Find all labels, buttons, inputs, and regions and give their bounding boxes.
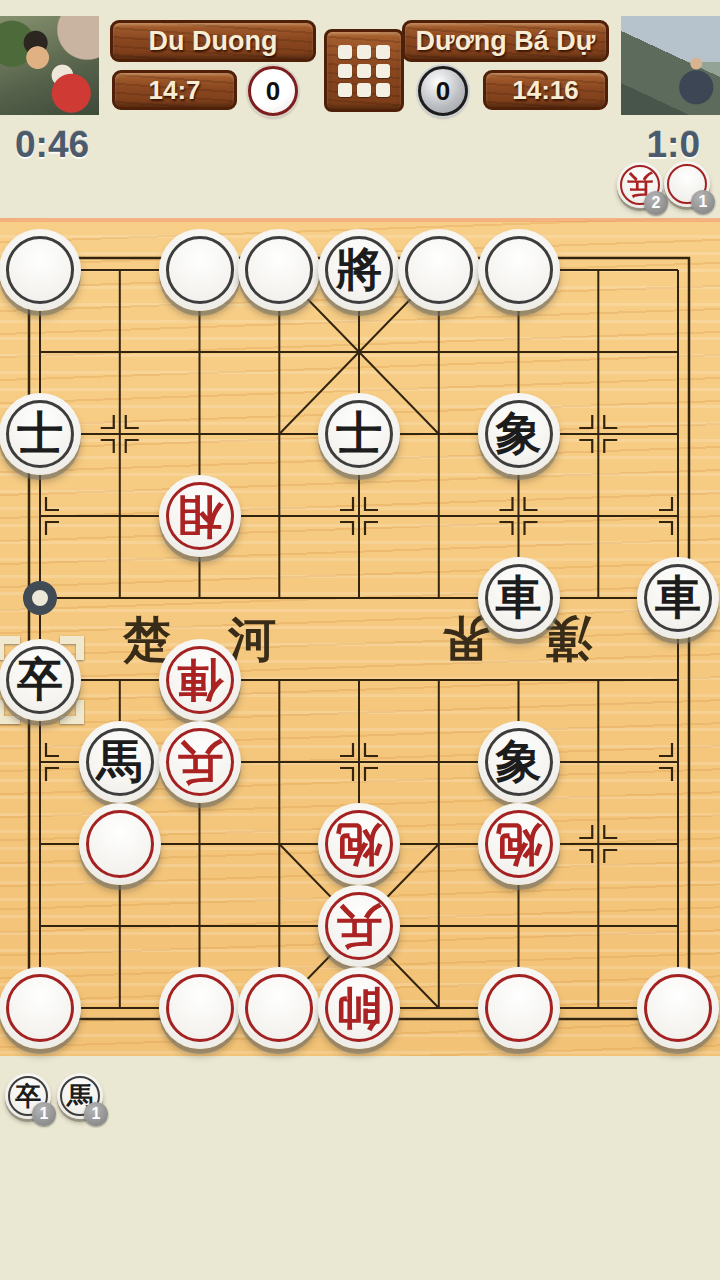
piece-g7-elephant[interactable]: 象 bbox=[478, 721, 560, 803]
piece-e9-soldier[interactable]: 兵 bbox=[318, 885, 400, 967]
piece-i10-covered[interactable] bbox=[637, 967, 719, 1049]
player-right-time: 14:16 bbox=[483, 70, 608, 110]
piece-a3-advisor[interactable]: 士 bbox=[0, 393, 81, 475]
piece-c6-chariot[interactable]: 俥 bbox=[159, 639, 241, 721]
piece-g3-elephant[interactable]: 象 bbox=[478, 393, 560, 475]
player-right-score-badge: 0 bbox=[418, 66, 468, 116]
piece-e8-cannon[interactable]: 炮 bbox=[318, 803, 400, 885]
piece-glyph: 炮 bbox=[478, 803, 560, 885]
piece-c10-covered[interactable] bbox=[159, 967, 241, 1049]
piece-glyph: 士 bbox=[0, 393, 81, 475]
piece-e10-general[interactable]: 帥 bbox=[318, 967, 400, 1049]
piece-i5-chariot[interactable]: 車 bbox=[637, 557, 719, 639]
piece-e3-advisor[interactable]: 士 bbox=[318, 393, 400, 475]
piece-d10-covered[interactable] bbox=[238, 967, 320, 1049]
player-left-name: Du Duong bbox=[110, 20, 316, 62]
piece-glyph: 俥 bbox=[159, 639, 241, 721]
piece-glyph: 帥 bbox=[318, 967, 400, 1049]
piece-a1-covered[interactable] bbox=[0, 229, 81, 311]
game-screen: Du Duong 14:7 0 Dương Bá Dự 0 14:16 0:46… bbox=[0, 0, 720, 1280]
piece-b8-covered[interactable] bbox=[79, 803, 161, 885]
piece-glyph: 象 bbox=[478, 393, 560, 475]
player-right-avatar bbox=[621, 16, 720, 115]
piece-glyph: 相 bbox=[159, 475, 241, 557]
piece-c7-soldier[interactable]: 兵 bbox=[159, 721, 241, 803]
piece-g5-chariot[interactable]: 車 bbox=[478, 557, 560, 639]
match-score-left: 0:46 bbox=[15, 124, 89, 166]
captured-count-badge: 1 bbox=[32, 1102, 56, 1126]
xiangqi-board[interactable]: 楚 河 漢 界 將士士象相車車卒俥馬兵象炮炮兵帥 bbox=[0, 218, 720, 1056]
captured-count-badge: 2 bbox=[644, 191, 668, 215]
piece-glyph: 馬 bbox=[79, 721, 161, 803]
piece-a6-soldier[interactable]: 卒 bbox=[0, 639, 81, 721]
piece-glyph: 象 bbox=[478, 721, 560, 803]
captured-count-badge: 1 bbox=[84, 1102, 108, 1126]
piece-glyph: 車 bbox=[478, 557, 560, 639]
player-left-avatar bbox=[0, 16, 99, 115]
piece-glyph: 士 bbox=[318, 393, 400, 475]
piece-a10-covered[interactable] bbox=[0, 967, 81, 1049]
piece-d1-covered[interactable] bbox=[238, 229, 320, 311]
piece-glyph: 炮 bbox=[318, 803, 400, 885]
player-left-time: 14:7 bbox=[112, 70, 237, 110]
piece-glyph: 兵 bbox=[159, 721, 241, 803]
grid-menu-icon bbox=[338, 45, 390, 97]
menu-button[interactable] bbox=[324, 29, 404, 112]
player-right-name: Dương Bá Dự bbox=[402, 20, 609, 62]
piece-glyph: 卒 bbox=[0, 639, 81, 721]
piece-g1-covered[interactable] bbox=[478, 229, 560, 311]
piece-glyph: 車 bbox=[637, 557, 719, 639]
piece-glyph: 兵 bbox=[318, 885, 400, 967]
piece-c1-covered[interactable] bbox=[159, 229, 241, 311]
piece-f1-covered[interactable] bbox=[398, 229, 480, 311]
piece-e1-general[interactable]: 將 bbox=[318, 229, 400, 311]
piece-g10-covered[interactable] bbox=[478, 967, 560, 1049]
captured-count-badge: 1 bbox=[691, 190, 715, 214]
piece-c4-elephant[interactable]: 相 bbox=[159, 475, 241, 557]
piece-b7-horse[interactable]: 馬 bbox=[79, 721, 161, 803]
match-score-right: 1:0 bbox=[647, 124, 700, 166]
piece-glyph: 將 bbox=[318, 229, 400, 311]
last-move-origin-marker bbox=[23, 581, 57, 615]
player-left-score-badge: 0 bbox=[248, 66, 298, 116]
piece-g8-cannon[interactable]: 炮 bbox=[478, 803, 560, 885]
